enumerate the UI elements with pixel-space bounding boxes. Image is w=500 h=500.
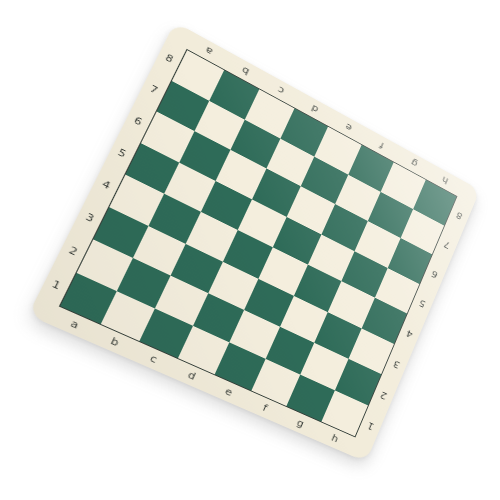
chessboard-mat: abcdefgh abcdefgh 87654321 87654321 [28, 22, 480, 462]
photo-background: abcdefgh abcdefgh 87654321 87654321 [0, 0, 500, 500]
